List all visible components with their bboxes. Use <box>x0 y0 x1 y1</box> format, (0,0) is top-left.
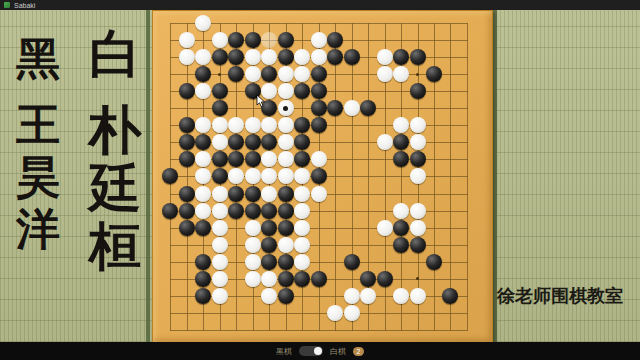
stone-white <box>344 305 360 321</box>
tatami-seam-left <box>146 10 150 342</box>
stone-black <box>294 83 310 99</box>
stone-black <box>393 49 409 65</box>
stone-white <box>311 49 327 65</box>
stone-white <box>245 237 261 253</box>
stone-white <box>393 203 409 219</box>
stone-white <box>195 186 211 202</box>
stone-black <box>294 151 310 167</box>
title-bar: Sabaki <box>0 0 640 10</box>
black-player-char-1: 王 <box>16 100 60 152</box>
stone-white <box>327 305 343 321</box>
stone-white <box>311 151 327 167</box>
stone-black <box>278 254 294 270</box>
stone-white <box>410 203 426 219</box>
stone-black <box>393 134 409 150</box>
stone-white <box>245 168 261 184</box>
stone-black <box>261 66 277 82</box>
stone-white <box>261 117 277 133</box>
stone-black <box>294 271 310 287</box>
stone-white <box>294 237 310 253</box>
stone-white <box>278 66 294 82</box>
stone-black <box>377 271 393 287</box>
black-label: 黑 <box>16 34 60 86</box>
stone-black <box>195 66 211 82</box>
stone-white <box>195 117 211 133</box>
stone-black <box>245 203 261 219</box>
stone-white <box>212 134 228 150</box>
stone-black <box>162 168 178 184</box>
stone-black <box>344 254 360 270</box>
stone-white <box>245 49 261 65</box>
stone-black <box>212 151 228 167</box>
stone-black <box>278 288 294 304</box>
stone-white <box>393 117 409 133</box>
stone-black <box>261 254 277 270</box>
stone-white <box>261 186 277 202</box>
stone-black <box>228 151 244 167</box>
stone-white <box>410 220 426 236</box>
stone-black <box>360 100 376 116</box>
stone-black <box>245 83 261 99</box>
stone-black <box>228 66 244 82</box>
stone-black <box>228 134 244 150</box>
stone-white <box>393 288 409 304</box>
stone-white <box>410 168 426 184</box>
stone-white <box>344 288 360 304</box>
stone-white <box>294 66 310 82</box>
stone-black <box>245 32 261 48</box>
stone-black <box>195 254 211 270</box>
stone-black <box>261 100 277 116</box>
stone-white <box>261 49 277 65</box>
stone-white <box>278 237 294 253</box>
stone-black <box>212 168 228 184</box>
stone-black <box>261 237 277 253</box>
stone-white <box>278 117 294 133</box>
stone-black <box>195 288 211 304</box>
stone-black <box>360 271 376 287</box>
stone-black <box>179 186 195 202</box>
stone-white <box>410 117 426 133</box>
color-toggle[interactable] <box>299 346 323 356</box>
stone-white <box>212 237 228 253</box>
stone-white <box>179 49 195 65</box>
black-player-column: 黑 王 昊 洋 <box>12 34 64 256</box>
stone-black <box>278 49 294 65</box>
stone-white <box>195 49 211 65</box>
stone-white <box>278 134 294 150</box>
stone-black <box>212 83 228 99</box>
stone-white <box>278 151 294 167</box>
stone-black <box>179 151 195 167</box>
stone-black <box>278 220 294 236</box>
stone-white <box>377 49 393 65</box>
stone-black <box>294 117 310 133</box>
stone-black <box>311 117 327 133</box>
stone-black <box>311 83 327 99</box>
white-player-char-3: 桓 <box>89 218 141 276</box>
stone-black <box>393 220 409 236</box>
stone-black <box>179 134 195 150</box>
stone-black <box>410 151 426 167</box>
stone-white <box>294 254 310 270</box>
stone-black <box>294 134 310 150</box>
stone-black <box>278 186 294 202</box>
stone-black <box>426 66 442 82</box>
stone-white <box>311 186 327 202</box>
stone-black <box>245 186 261 202</box>
stone-white <box>195 15 211 31</box>
stone-white <box>261 168 277 184</box>
stone-white <box>212 32 228 48</box>
stone-black <box>311 168 327 184</box>
stone-black <box>410 83 426 99</box>
stone-white <box>294 49 310 65</box>
stone-black <box>410 49 426 65</box>
ghost-stone <box>261 32 277 48</box>
stone-black <box>327 100 343 116</box>
stone-white <box>212 220 228 236</box>
stone-black <box>179 83 195 99</box>
stone-black <box>245 151 261 167</box>
stone-white <box>261 83 277 99</box>
stone-white <box>377 66 393 82</box>
stone-black <box>311 66 327 82</box>
stone-white <box>311 32 327 48</box>
sabaki-app-icon <box>4 2 10 8</box>
stone-white <box>228 117 244 133</box>
stone-black <box>311 100 327 116</box>
stone-white <box>195 83 211 99</box>
stone-white <box>261 288 277 304</box>
stone-white <box>261 271 277 287</box>
stone-black <box>212 100 228 116</box>
stone-white <box>228 168 244 184</box>
count-badge: 2 <box>353 347 364 356</box>
stone-white <box>179 32 195 48</box>
stone-white <box>212 117 228 133</box>
stone-white <box>344 100 360 116</box>
stone-white <box>393 66 409 82</box>
stone-white <box>195 203 211 219</box>
stone-white <box>294 220 310 236</box>
stone-black <box>327 49 343 65</box>
stone-white <box>410 288 426 304</box>
stone-white <box>212 254 228 270</box>
stone-white <box>294 186 310 202</box>
stone-white <box>245 66 261 82</box>
stone-white <box>410 134 426 150</box>
stone-black <box>278 271 294 287</box>
stone-white <box>212 271 228 287</box>
toolbar-black-label: 黑棋 <box>276 346 292 357</box>
stone-white <box>195 151 211 167</box>
stone-black <box>195 220 211 236</box>
stone-black <box>327 32 343 48</box>
stone-black <box>228 186 244 202</box>
stone-white <box>245 271 261 287</box>
go-board[interactable] <box>152 10 493 343</box>
stone-white <box>377 220 393 236</box>
stone-black <box>228 49 244 65</box>
stone-layer <box>152 10 493 343</box>
stone-white <box>261 151 277 167</box>
stone-white <box>278 168 294 184</box>
stone-black <box>442 288 458 304</box>
stone-black <box>212 49 228 65</box>
stone-black <box>344 49 360 65</box>
stone-black <box>393 237 409 253</box>
stone-black <box>228 203 244 219</box>
stone-black <box>261 220 277 236</box>
classroom-caption: 徐老师围棋教室 <box>497 284 637 308</box>
stone-white <box>294 168 310 184</box>
black-player-char-2: 昊 <box>16 152 60 204</box>
stone-black <box>245 134 261 150</box>
stone-white <box>294 203 310 219</box>
stone-white <box>245 117 261 133</box>
stone-white <box>245 254 261 270</box>
stone-black <box>179 203 195 219</box>
stone-black <box>228 32 244 48</box>
stone-black <box>162 203 178 219</box>
white-player-char-1: 朴 <box>89 102 141 160</box>
stone-white <box>377 134 393 150</box>
window-title: Sabaki <box>14 2 35 9</box>
stone-black <box>393 151 409 167</box>
stone-black <box>261 203 277 219</box>
stone-black <box>410 237 426 253</box>
stone-black <box>195 271 211 287</box>
stone-black <box>261 134 277 150</box>
stone-black <box>311 271 327 287</box>
stone-white <box>360 288 376 304</box>
toggle-knob <box>314 347 322 355</box>
stone-black <box>179 220 195 236</box>
white-label: 白 <box>89 26 141 84</box>
bottom-toolbar: 黑棋 白棋 2 <box>0 342 640 360</box>
stone-black <box>195 134 211 150</box>
stone-white <box>278 83 294 99</box>
stone-white <box>212 288 228 304</box>
stone-black <box>179 117 195 133</box>
stone-white <box>245 220 261 236</box>
white-player-char-2: 廷 <box>89 160 141 218</box>
stone-white <box>212 186 228 202</box>
stone-black <box>278 203 294 219</box>
stone-black <box>278 32 294 48</box>
stone-white <box>195 168 211 184</box>
black-player-char-3: 洋 <box>16 204 60 256</box>
white-player-column: 白 朴 廷 桓 <box>86 26 144 276</box>
toolbar-white-label: 白棋 <box>330 346 346 357</box>
stone-white <box>212 203 228 219</box>
stone-black <box>426 254 442 270</box>
